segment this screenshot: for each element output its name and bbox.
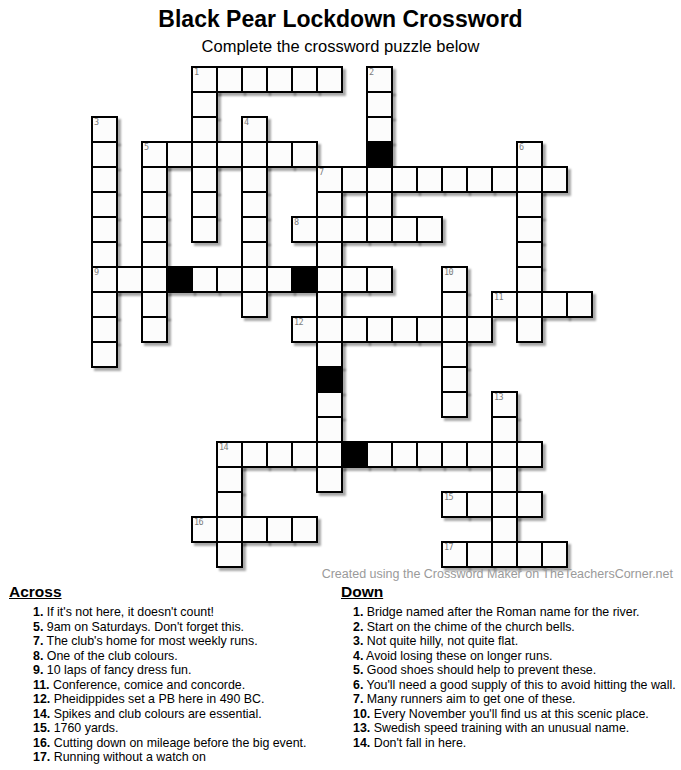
grid-cell-r17c17[interactable] bbox=[516, 491, 543, 518]
grid-cell-r5c17[interactable] bbox=[516, 191, 543, 218]
grid-cell-r4c12[interactable] bbox=[391, 166, 418, 193]
grid-cell-r17c5[interactable] bbox=[216, 491, 243, 518]
grid-cell-r9c18[interactable] bbox=[541, 291, 568, 318]
grid-cell-r5c4[interactable] bbox=[191, 191, 218, 218]
grid-cell-r5c9[interactable] bbox=[316, 191, 343, 218]
grid-cell-r9c16[interactable]: 11 bbox=[491, 291, 518, 318]
grid-cell-r6c17[interactable] bbox=[516, 216, 543, 243]
grid-cell-r3c8[interactable] bbox=[291, 141, 318, 168]
cell-number-5: 5 bbox=[144, 143, 149, 152]
grid-cell-r15c14[interactable] bbox=[441, 441, 468, 468]
cell-number-13: 13 bbox=[494, 393, 503, 402]
grid-cell-r11c0[interactable] bbox=[91, 341, 118, 368]
grid-cell-r4c6[interactable] bbox=[241, 166, 268, 193]
grid-cell-r8c5[interactable] bbox=[216, 266, 243, 293]
cell-number-11: 11 bbox=[494, 293, 503, 302]
clue-down-5: 5. Good shoes should help to prevent the… bbox=[341, 663, 677, 678]
grid-cell-r4c9[interactable]: 7 bbox=[316, 166, 343, 193]
grid-cell-r9c6[interactable] bbox=[241, 291, 268, 318]
clue-across-11: 11. Conference, comice and concorde. bbox=[9, 678, 337, 693]
grid-cell-r9c2[interactable] bbox=[141, 291, 168, 318]
grid-cell-r19c15[interactable] bbox=[466, 541, 493, 568]
grid-cell-r8c0[interactable]: 9 bbox=[91, 266, 118, 293]
black-cell-r15c10 bbox=[341, 441, 368, 468]
clue-down-13: 13. Swedish speed training with an unusu… bbox=[341, 721, 677, 736]
clue-down-1: 1. Bridge named after the Roman name for… bbox=[341, 605, 677, 620]
grid-cell-r3c0[interactable] bbox=[91, 141, 118, 168]
grid-cell-r7c0[interactable] bbox=[91, 241, 118, 268]
grid-cell-r4c14[interactable] bbox=[441, 166, 468, 193]
clue-number: 12. bbox=[33, 692, 50, 706]
cell-number-8: 8 bbox=[294, 218, 299, 227]
grid-cell-r1c4[interactable] bbox=[191, 91, 218, 118]
black-cell-r8c8 bbox=[291, 266, 318, 293]
grid-cell-r5c11[interactable] bbox=[366, 191, 393, 218]
grid-cell-r15c6[interactable] bbox=[241, 441, 268, 468]
clue-number: 15. bbox=[33, 721, 50, 735]
grid-cell-r19c5[interactable] bbox=[216, 541, 243, 568]
grid-cell-r0c7[interactable] bbox=[266, 66, 293, 93]
clue-down-14: 14. Don't fall in here. bbox=[341, 736, 677, 751]
grid-cell-r8c17[interactable] bbox=[516, 266, 543, 293]
grid-cell-r13c9[interactable] bbox=[316, 391, 343, 418]
grid-cell-r8c6[interactable] bbox=[241, 266, 268, 293]
clue-down-10: 10. Every November you'll find us at thi… bbox=[341, 707, 677, 722]
grid-cell-r8c7[interactable] bbox=[266, 266, 293, 293]
cell-number-15: 15 bbox=[444, 493, 453, 502]
grid-cell-r18c16[interactable] bbox=[491, 516, 518, 543]
grid-cell-r7c17[interactable] bbox=[516, 241, 543, 268]
grid-cell-r4c18[interactable] bbox=[541, 166, 568, 193]
clue-across-14: 14. Spikes and club colours are essentia… bbox=[9, 707, 337, 722]
clue-number: 13. bbox=[353, 721, 370, 735]
grid-cell-r0c11[interactable]: 2 bbox=[366, 66, 393, 93]
across-clues-section: Across 1. If it's not here, it doesn't c… bbox=[9, 583, 337, 765]
grid-cell-r10c2[interactable] bbox=[141, 316, 168, 343]
grid-cell-r15c8[interactable] bbox=[291, 441, 318, 468]
grid-cell-r8c4[interactable] bbox=[191, 266, 218, 293]
grid-cell-r6c10[interactable] bbox=[341, 216, 368, 243]
grid-cell-r15c11[interactable] bbox=[366, 441, 393, 468]
grid-cell-r15c5[interactable]: 14 bbox=[216, 441, 243, 468]
grid-cell-r15c15[interactable] bbox=[466, 441, 493, 468]
grid-cell-r15c9[interactable] bbox=[316, 441, 343, 468]
grid-cell-r2c11[interactable] bbox=[366, 116, 393, 143]
cell-number-2: 2 bbox=[369, 68, 374, 77]
grid-cell-r14c9[interactable] bbox=[316, 416, 343, 443]
clue-number: 9. bbox=[33, 663, 43, 677]
clue-across-16: 16. Cutting down on mileage before the b… bbox=[9, 736, 337, 751]
grid-cell-r17c16[interactable] bbox=[491, 491, 518, 518]
clue-across-17: 17. Running without a watch on bbox=[9, 750, 337, 765]
grid-cell-r10c8[interactable]: 12 bbox=[291, 316, 318, 343]
clue-number: 16. bbox=[33, 736, 50, 750]
grid-cell-r8c10[interactable] bbox=[341, 266, 368, 293]
grid-cell-r8c9[interactable] bbox=[316, 266, 343, 293]
grid-cell-r3c6[interactable] bbox=[241, 141, 268, 168]
crossword-page: Black Pear Lockdown Crossword Complete t… bbox=[0, 0, 681, 770]
grid-cell-r10c0[interactable] bbox=[91, 316, 118, 343]
grid-cell-r18c8[interactable] bbox=[291, 516, 318, 543]
grid-cell-r5c6[interactable] bbox=[241, 191, 268, 218]
clue-number: 10. bbox=[353, 707, 370, 721]
crossword-grid: 1234567891011121314151617 bbox=[91, 66, 593, 568]
clue-across-9: 9. 10 laps of fancy dress fun. bbox=[9, 663, 337, 678]
clue-across-12: 12. Pheidippides set a PB here in 490 BC… bbox=[9, 692, 337, 707]
clue-down-6: 6. You'll need a good supply of this to … bbox=[341, 678, 677, 693]
grid-cell-r4c0[interactable] bbox=[91, 166, 118, 193]
grid-cell-r3c4[interactable] bbox=[191, 141, 218, 168]
grid-cell-r0c4[interactable]: 1 bbox=[191, 66, 218, 93]
grid-cell-r2c0[interactable]: 3 bbox=[91, 116, 118, 143]
grid-cell-r3c3[interactable] bbox=[166, 141, 193, 168]
grid-cell-r10c12[interactable] bbox=[391, 316, 418, 343]
grid-cell-r19c18[interactable] bbox=[541, 541, 568, 568]
grid-cell-r18c4[interactable]: 16 bbox=[191, 516, 218, 543]
grid-cell-r18c5[interactable] bbox=[216, 516, 243, 543]
grid-cell-r4c4[interactable] bbox=[191, 166, 218, 193]
grid-cell-r5c0[interactable] bbox=[91, 191, 118, 218]
grid-cell-r4c17[interactable] bbox=[516, 166, 543, 193]
clue-number: 6. bbox=[353, 678, 363, 692]
grid-cell-r8c1[interactable] bbox=[116, 266, 143, 293]
clue-number: 2. bbox=[353, 620, 363, 634]
grid-cell-r5c2[interactable] bbox=[141, 191, 168, 218]
down-header: Down bbox=[341, 583, 677, 601]
grid-cell-r6c13[interactable] bbox=[416, 216, 443, 243]
cell-number-14: 14 bbox=[219, 443, 228, 452]
grid-cell-r7c9[interactable] bbox=[316, 241, 343, 268]
grid-cell-r9c19[interactable] bbox=[566, 291, 593, 318]
grid-cell-r10c13[interactable] bbox=[416, 316, 443, 343]
grid-cell-r0c9[interactable] bbox=[316, 66, 343, 93]
cell-number-7: 7 bbox=[319, 168, 324, 177]
cell-number-10: 10 bbox=[444, 268, 453, 277]
grid-cell-r3c7[interactable] bbox=[266, 141, 293, 168]
grid-cell-r6c0[interactable] bbox=[91, 216, 118, 243]
grid-cell-r6c8[interactable]: 8 bbox=[291, 216, 318, 243]
cell-number-17: 17 bbox=[444, 543, 453, 552]
clue-number: 14. bbox=[33, 707, 50, 721]
clue-number: 4. bbox=[353, 649, 363, 663]
grid-cell-r16c5[interactable] bbox=[216, 466, 243, 493]
page-subtitle: Complete the crossword puzzle below bbox=[0, 37, 681, 56]
black-cell-r3c11 bbox=[366, 141, 393, 168]
grid-cell-r16c16[interactable] bbox=[491, 466, 518, 493]
black-cell-r8c3 bbox=[166, 266, 193, 293]
clue-across-1: 1. If it's not here, it doesn't count! bbox=[9, 605, 337, 620]
clue-number: 17. bbox=[33, 750, 50, 764]
grid-cell-r13c16[interactable]: 13 bbox=[491, 391, 518, 418]
grid-cell-r6c2[interactable] bbox=[141, 216, 168, 243]
grid-cell-r16c9[interactable] bbox=[316, 466, 343, 493]
clue-number: 5. bbox=[33, 620, 43, 634]
clue-number: 1. bbox=[33, 605, 43, 619]
grid-cell-r8c11[interactable] bbox=[366, 266, 393, 293]
grid-cell-r11c14[interactable] bbox=[441, 341, 468, 368]
grid-cell-r8c14[interactable]: 10 bbox=[441, 266, 468, 293]
grid-cell-r8c2[interactable] bbox=[141, 266, 168, 293]
grid-cell-r13c14[interactable] bbox=[441, 391, 468, 418]
grid-cell-r3c2[interactable]: 5 bbox=[141, 141, 168, 168]
grid-cell-r17c15[interactable] bbox=[466, 491, 493, 518]
cell-number-3: 3 bbox=[94, 118, 99, 127]
grid-cell-r15c17[interactable] bbox=[516, 441, 543, 468]
cell-number-16: 16 bbox=[194, 518, 203, 527]
grid-cell-r9c14[interactable] bbox=[441, 291, 468, 318]
clue-down-7: 7. Many runners aim to get one of these. bbox=[341, 692, 677, 707]
grid-cell-r9c17[interactable] bbox=[516, 291, 543, 318]
grid-cell-r15c7[interactable] bbox=[266, 441, 293, 468]
cell-number-1: 1 bbox=[194, 68, 199, 77]
grid-cell-r19c17[interactable] bbox=[516, 541, 543, 568]
grid-cell-r15c16[interactable] bbox=[491, 441, 518, 468]
grid-cell-r15c13[interactable] bbox=[416, 441, 443, 468]
grid-cell-r4c11[interactable] bbox=[366, 166, 393, 193]
grid-cell-r10c17[interactable] bbox=[516, 316, 543, 343]
grid-cell-r3c17[interactable]: 6 bbox=[516, 141, 543, 168]
grid-cell-r9c9[interactable] bbox=[316, 291, 343, 318]
clue-across-7: 7. The club's home for most weekly runs. bbox=[9, 634, 337, 649]
grid-cell-r2c6[interactable]: 4 bbox=[241, 116, 268, 143]
grid-cell-r14c16[interactable] bbox=[491, 416, 518, 443]
grid-cell-r15c12[interactable] bbox=[391, 441, 418, 468]
grid-cell-r4c15[interactable] bbox=[466, 166, 493, 193]
grid-cell-r0c8[interactable] bbox=[291, 66, 318, 93]
grid-cell-r12c14[interactable] bbox=[441, 366, 468, 393]
clue-down-3: 3. Not quite hilly, not quite flat. bbox=[341, 634, 677, 649]
grid-cell-r11c9[interactable] bbox=[316, 341, 343, 368]
grid-cell-r6c12[interactable] bbox=[391, 216, 418, 243]
clue-number: 8. bbox=[33, 649, 43, 663]
grid-cell-r6c4[interactable] bbox=[191, 216, 218, 243]
grid-cell-r7c2[interactable] bbox=[141, 241, 168, 268]
clue-across-8: 8. One of the club colours. bbox=[9, 649, 337, 664]
page-title: Black Pear Lockdown Crossword bbox=[0, 6, 681, 33]
grid-cell-r17c14[interactable]: 15 bbox=[441, 491, 468, 518]
grid-cell-r10c15[interactable] bbox=[466, 316, 493, 343]
clue-number: 3. bbox=[353, 634, 363, 648]
across-header: Across bbox=[9, 583, 337, 601]
grid-cell-r0c5[interactable] bbox=[216, 66, 243, 93]
clue-number: 7. bbox=[33, 634, 43, 648]
grid-cell-r4c13[interactable] bbox=[416, 166, 443, 193]
grid-cell-r6c6[interactable] bbox=[241, 216, 268, 243]
grid-cell-r6c9[interactable] bbox=[316, 216, 343, 243]
clue-number: 11. bbox=[33, 678, 50, 692]
clue-down-4: 4. Avoid losing these on longer runs. bbox=[341, 649, 677, 664]
cell-number-4: 4 bbox=[244, 118, 249, 127]
clue-down-2: 2. Start on the chime of the church bell… bbox=[341, 620, 677, 635]
grid-cell-r0c6[interactable] bbox=[241, 66, 268, 93]
down-clues-section: Down 1. Bridge named after the Roman nam… bbox=[341, 583, 677, 750]
clue-number: 7. bbox=[353, 692, 363, 706]
grid-cell-r6c11[interactable] bbox=[366, 216, 393, 243]
grid-cell-r18c7[interactable] bbox=[266, 516, 293, 543]
grid-cell-r4c2[interactable] bbox=[141, 166, 168, 193]
clue-number: 1. bbox=[353, 605, 363, 619]
grid-cell-r4c16[interactable] bbox=[491, 166, 518, 193]
grid-cell-r4c10[interactable] bbox=[341, 166, 368, 193]
attribution-text: Created using the Crossword Maker on The… bbox=[322, 567, 673, 581]
black-cell-r12c9 bbox=[316, 366, 343, 393]
clue-across-15: 15. 1760 yards. bbox=[9, 721, 337, 736]
grid-cell-r18c6[interactable] bbox=[241, 516, 268, 543]
grid-cell-r7c6[interactable] bbox=[241, 241, 268, 268]
grid-cell-r10c11[interactable] bbox=[366, 316, 393, 343]
clue-number: 14. bbox=[353, 736, 370, 750]
cell-number-6: 6 bbox=[519, 143, 524, 152]
grid-cell-r10c9[interactable] bbox=[316, 316, 343, 343]
down-clue-list: 1. Bridge named after the Roman name for… bbox=[341, 605, 677, 750]
grid-cell-r1c11[interactable] bbox=[366, 91, 393, 118]
grid-cell-r19c16[interactable] bbox=[491, 541, 518, 568]
grid-cell-r10c14[interactable] bbox=[441, 316, 468, 343]
across-clue-list: 1. If it's not here, it doesn't count!5.… bbox=[9, 605, 337, 765]
clue-across-5: 5. 9am on Saturdays. Don't forget this. bbox=[9, 620, 337, 635]
grid-cell-r10c10[interactable] bbox=[341, 316, 368, 343]
grid-cell-r9c0[interactable] bbox=[91, 291, 118, 318]
grid-cell-r3c5[interactable] bbox=[216, 141, 243, 168]
grid-cell-r19c14[interactable]: 17 bbox=[441, 541, 468, 568]
cell-number-9: 9 bbox=[94, 268, 99, 277]
clue-number: 5. bbox=[353, 663, 363, 677]
cell-number-12: 12 bbox=[294, 318, 303, 327]
grid-cell-r2c4[interactable] bbox=[191, 116, 218, 143]
